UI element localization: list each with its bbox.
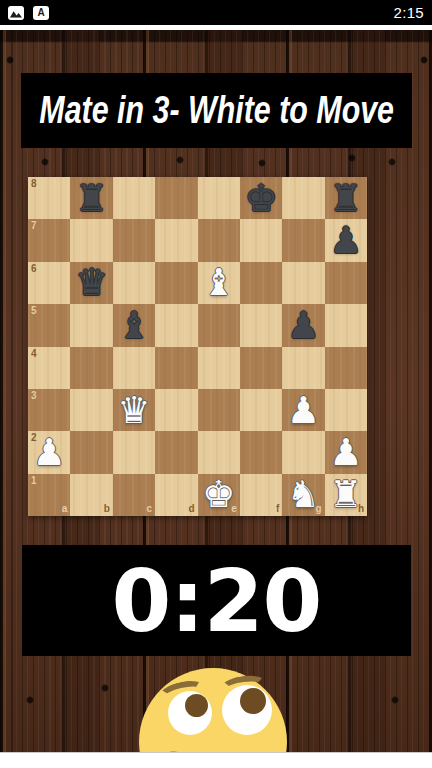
white-queen[interactable]: ♛ <box>117 392 150 429</box>
square-e3[interactable] <box>198 389 240 431</box>
puzzle-title-banner: Mate in 3- White to Move <box>21 73 412 148</box>
square-e1[interactable]: e♚ <box>198 474 240 516</box>
square-a2[interactable]: 2♟ <box>28 431 70 473</box>
white-pawn[interactable]: ♟ <box>33 434 66 471</box>
rank-label-5: 5 <box>31 306 37 316</box>
square-c6[interactable] <box>113 262 155 304</box>
white-king[interactable]: ♚ <box>202 476 235 513</box>
square-f1[interactable]: f <box>240 474 282 516</box>
square-c1[interactable]: c <box>113 474 155 516</box>
rank-label-8: 8 <box>31 179 37 189</box>
file-label-a: a <box>62 504 68 514</box>
square-f2[interactable] <box>240 431 282 473</box>
square-h1[interactable]: h♜ <box>325 474 367 516</box>
image-icon <box>8 6 24 20</box>
square-h2[interactable]: ♟ <box>325 431 367 473</box>
black-rook[interactable]: ♜ <box>75 180 108 217</box>
square-a1[interactable]: 1a <box>28 474 70 516</box>
square-a8[interactable]: 8 <box>28 177 70 219</box>
square-c5[interactable]: ♝ <box>113 304 155 346</box>
black-bishop[interactable]: ♝ <box>117 307 150 344</box>
square-g4[interactable] <box>282 347 324 389</box>
square-c3[interactable]: ♛ <box>113 389 155 431</box>
black-pawn[interactable]: ♟ <box>329 222 362 259</box>
square-b2[interactable] <box>70 431 112 473</box>
square-h6[interactable] <box>325 262 367 304</box>
square-e5[interactable] <box>198 304 240 346</box>
square-d3[interactable] <box>155 389 197 431</box>
square-g3[interactable]: ♟ <box>282 389 324 431</box>
countdown-timer: 0:20 <box>112 558 322 644</box>
square-c2[interactable] <box>113 431 155 473</box>
square-d5[interactable] <box>155 304 197 346</box>
square-e4[interactable] <box>198 347 240 389</box>
white-knight[interactable]: ♞ <box>287 476 320 513</box>
square-h8[interactable]: ♜ <box>325 177 367 219</box>
square-c4[interactable] <box>113 347 155 389</box>
square-f7[interactable] <box>240 219 282 261</box>
rank-label-7: 7 <box>31 221 37 231</box>
square-f8[interactable]: ♚ <box>240 177 282 219</box>
rank-label-3: 3 <box>31 391 37 401</box>
square-h3[interactable] <box>325 389 367 431</box>
square-d7[interactable] <box>155 219 197 261</box>
notification-icons: A <box>8 6 49 20</box>
square-c8[interactable] <box>113 177 155 219</box>
square-e2[interactable] <box>198 431 240 473</box>
rank-label-4: 4 <box>31 349 37 359</box>
square-g6[interactable] <box>282 262 324 304</box>
square-h7[interactable]: ♟ <box>325 219 367 261</box>
square-d8[interactable] <box>155 177 197 219</box>
black-rook[interactable]: ♜ <box>329 180 362 217</box>
square-c7[interactable] <box>113 219 155 261</box>
white-bishop[interactable]: ♝ <box>202 264 235 301</box>
square-e7[interactable] <box>198 219 240 261</box>
square-f5[interactable] <box>240 304 282 346</box>
bottom-white-strip <box>0 752 432 768</box>
square-a7[interactable]: 7 <box>28 219 70 261</box>
square-d4[interactable] <box>155 347 197 389</box>
square-e6[interactable]: ♝ <box>198 262 240 304</box>
square-f3[interactable] <box>240 389 282 431</box>
left-pupil <box>185 694 208 717</box>
square-g2[interactable] <box>282 431 324 473</box>
square-d6[interactable] <box>155 262 197 304</box>
mountain-shape <box>10 11 22 18</box>
square-h5[interactable] <box>325 304 367 346</box>
square-b4[interactable] <box>70 347 112 389</box>
white-pawn[interactable]: ♟ <box>287 392 320 429</box>
white-rook[interactable]: ♜ <box>329 476 362 513</box>
chess-board[interactable]: 8♜♚♜7♟6♛♝5♝♟43♛♟2♟♟1abcde♚fg♞h♜ <box>28 177 367 516</box>
square-g1[interactable]: g♞ <box>282 474 324 516</box>
square-b3[interactable] <box>70 389 112 431</box>
clock-time: 2:15 <box>394 4 424 21</box>
status-bar: A 2:15 <box>0 0 432 25</box>
file-label-b: b <box>104 504 110 514</box>
square-d2[interactable] <box>155 431 197 473</box>
square-g5[interactable]: ♟ <box>282 304 324 346</box>
square-g7[interactable] <box>282 219 324 261</box>
letter-a-icon: A <box>33 6 49 20</box>
file-label-c: c <box>147 504 153 514</box>
square-b6[interactable]: ♛ <box>70 262 112 304</box>
file-label-d: d <box>188 504 194 514</box>
white-pawn[interactable]: ♟ <box>329 434 362 471</box>
black-queen[interactable]: ♛ <box>75 264 108 301</box>
square-e8[interactable] <box>198 177 240 219</box>
square-h4[interactable] <box>325 347 367 389</box>
puzzle-title: Mate in 3- White to Move <box>39 89 394 132</box>
square-d1[interactable]: d <box>155 474 197 516</box>
square-g8[interactable] <box>282 177 324 219</box>
square-b1[interactable]: b <box>70 474 112 516</box>
file-label-f: f <box>276 504 279 514</box>
square-a3[interactable]: 3 <box>28 389 70 431</box>
square-b7[interactable] <box>70 219 112 261</box>
phone-screen: A 2:15 Mate in 3- White to Move 8♜♚♜7♟6♛… <box>0 0 432 768</box>
square-f6[interactable] <box>240 262 282 304</box>
right-pupil <box>240 688 266 714</box>
square-f4[interactable] <box>240 347 282 389</box>
black-pawn[interactable]: ♟ <box>287 307 320 344</box>
rank-label-6: 6 <box>31 264 37 274</box>
square-a5[interactable]: 5 <box>28 304 70 346</box>
square-b8[interactable]: ♜ <box>70 177 112 219</box>
square-b5[interactable] <box>70 304 112 346</box>
square-a6[interactable]: 6 <box>28 262 70 304</box>
square-a4[interactable]: 4 <box>28 347 70 389</box>
rank-label-1: 1 <box>31 476 37 486</box>
countdown-banner: 0:20 <box>22 545 411 656</box>
black-king[interactable]: ♚ <box>244 180 277 217</box>
